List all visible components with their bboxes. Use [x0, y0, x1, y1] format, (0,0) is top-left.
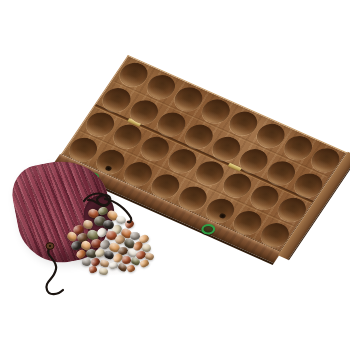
seed-stone: [122, 256, 131, 264]
green-latch-icon: [200, 223, 216, 235]
pit-layer: [128, 56, 345, 153]
product-photo-stage: [0, 0, 350, 350]
